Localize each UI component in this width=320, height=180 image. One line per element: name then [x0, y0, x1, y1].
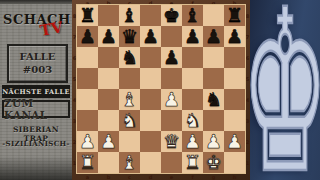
black-pawn: ♟	[205, 26, 222, 47]
square-a6[interactable]	[77, 47, 98, 68]
sidebar-top-strip	[0, 0, 72, 4]
square-e5[interactable]	[161, 68, 182, 89]
black-pawn: ♟	[79, 26, 96, 47]
white-pawn: ♟	[184, 131, 201, 152]
white-rook: ♜	[79, 152, 96, 173]
file-label: h	[224, 173, 245, 180]
thumbnail: SCHACH TV FALLE #003 NÄCHSTE FALLE ZUM K…	[0, 0, 320, 180]
square-f5[interactable]	[182, 68, 203, 89]
black-rook: ♜	[79, 5, 96, 26]
square-d4[interactable]	[140, 89, 161, 110]
square-a1[interactable]: ♜	[77, 152, 98, 173]
square-f8[interactable]: ♝	[182, 5, 203, 26]
logo-tv-text: TV	[39, 18, 65, 40]
square-g2[interactable]: ♟	[203, 131, 224, 152]
white-rook: ♜	[184, 152, 201, 173]
file-label: b	[98, 173, 119, 180]
black-pawn: ♟	[100, 26, 117, 47]
square-f1[interactable]: ♜	[182, 152, 203, 173]
white-knight: ♞	[121, 110, 138, 131]
square-f2[interactable]: ♟	[182, 131, 203, 152]
square-b4[interactable]	[98, 89, 119, 110]
square-a8[interactable]: ♜	[77, 5, 98, 26]
black-rook: ♜	[226, 5, 243, 26]
file-label: g	[203, 173, 224, 180]
square-e2[interactable]: ♛	[161, 131, 182, 152]
right-panel: ♚	[250, 0, 320, 180]
square-h4[interactable]	[224, 89, 245, 110]
channel-logo: SCHACH TV	[3, 9, 69, 41]
channel-button[interactable]: ZUM KANAL	[2, 100, 70, 118]
sidebar: SCHACH TV FALLE #003 NÄCHSTE FALLE ZUM K…	[0, 0, 72, 180]
square-d3[interactable]	[140, 110, 161, 131]
square-g3[interactable]	[203, 110, 224, 131]
square-c3[interactable]: ♞	[119, 110, 140, 131]
square-b1[interactable]	[98, 152, 119, 173]
black-king: ♚	[163, 5, 180, 26]
board-grid: ♜♝♚♝♜♟♟♛♟♟♟♟♞♟♝♟♞♞♞♟♟♛♟♟♟♜♝♜♚	[77, 5, 245, 173]
square-h3[interactable]	[224, 110, 245, 131]
square-f4[interactable]	[182, 89, 203, 110]
square-h5[interactable]	[224, 68, 245, 89]
square-b3[interactable]	[98, 110, 119, 131]
square-h2[interactable]: ♟	[224, 131, 245, 152]
square-c2[interactable]	[119, 131, 140, 152]
square-g6[interactable]	[203, 47, 224, 68]
file-label: e	[161, 173, 182, 180]
square-c1[interactable]: ♝	[119, 152, 140, 173]
square-c4[interactable]: ♝	[119, 89, 140, 110]
file-label: a	[77, 173, 98, 180]
black-pawn: ♟	[142, 26, 159, 47]
square-g5[interactable]	[203, 68, 224, 89]
black-knight: ♞	[205, 89, 222, 110]
king-3d-icon: ♚	[250, 0, 320, 180]
white-pawn: ♟	[100, 131, 117, 152]
badge-line2: #003	[23, 64, 52, 77]
square-g1[interactable]: ♚	[203, 152, 224, 173]
black-pawn: ♟	[226, 26, 243, 47]
square-d8[interactable]	[140, 5, 161, 26]
white-queen: ♛	[163, 131, 180, 152]
square-d6[interactable]	[140, 47, 161, 68]
square-a5[interactable]	[77, 68, 98, 89]
square-c8[interactable]: ♝	[119, 5, 140, 26]
opening-label: -SIZILIANISCH-	[0, 139, 72, 148]
square-h8[interactable]: ♜	[224, 5, 245, 26]
square-b7[interactable]: ♟	[98, 26, 119, 47]
square-g7[interactable]: ♟	[203, 26, 224, 47]
square-e3[interactable]	[161, 110, 182, 131]
square-f6[interactable]	[182, 47, 203, 68]
sidebar-bottom-fade	[0, 156, 72, 180]
square-b6[interactable]	[98, 47, 119, 68]
white-pawn: ♟	[226, 131, 243, 152]
black-pawn: ♟	[163, 47, 180, 68]
square-h6[interactable]	[224, 47, 245, 68]
square-e8[interactable]: ♚	[161, 5, 182, 26]
square-b8[interactable]	[98, 5, 119, 26]
black-bishop: ♝	[184, 5, 201, 26]
white-pawn: ♟	[163, 89, 180, 110]
square-e7[interactable]	[161, 26, 182, 47]
square-a2[interactable]: ♟	[77, 131, 98, 152]
square-g4[interactable]: ♞	[203, 89, 224, 110]
badge-line1: FALLE	[20, 51, 56, 64]
square-h1[interactable]	[224, 152, 245, 173]
white-pawn: ♟	[79, 131, 96, 152]
black-knight: ♞	[121, 47, 138, 68]
black-pawn: ♟	[184, 26, 201, 47]
square-b5[interactable]	[98, 68, 119, 89]
square-c6[interactable]: ♞	[119, 47, 140, 68]
square-g8[interactable]	[203, 5, 224, 26]
square-f3[interactable]: ♞	[182, 110, 203, 131]
white-pawn: ♟	[205, 131, 222, 152]
square-e1[interactable]	[161, 152, 182, 173]
square-h7[interactable]: ♟	[224, 26, 245, 47]
white-king: ♚	[205, 152, 222, 173]
square-a7[interactable]: ♟	[77, 26, 98, 47]
chess-board: abcdefgh abcdefgh 87654321 87654321 ♜♝♚♝…	[72, 0, 250, 180]
square-c7[interactable]: ♛	[119, 26, 140, 47]
file-label: c	[119, 173, 140, 180]
square-e6[interactable]: ♟	[161, 47, 182, 68]
square-d1[interactable]	[140, 152, 161, 173]
file-label: d	[140, 173, 161, 180]
file-label: f	[182, 173, 203, 180]
black-bishop: ♝	[121, 5, 138, 26]
square-f7[interactable]: ♟	[182, 26, 203, 47]
white-bishop: ♝	[121, 89, 138, 110]
black-queen: ♛	[121, 26, 138, 47]
square-a4[interactable]	[77, 89, 98, 110]
square-e4[interactable]: ♟	[161, 89, 182, 110]
white-knight: ♞	[184, 110, 201, 131]
square-a3[interactable]	[77, 110, 98, 131]
white-bishop: ♝	[121, 152, 138, 173]
square-b2[interactable]: ♟	[98, 131, 119, 152]
square-d2[interactable]	[140, 131, 161, 152]
square-c5[interactable]	[119, 68, 140, 89]
square-d5[interactable]	[140, 68, 161, 89]
trap-number-badge: FALLE #003	[7, 44, 68, 83]
file-labels-bottom: abcdefgh	[77, 173, 245, 180]
square-d7[interactable]: ♟	[140, 26, 161, 47]
